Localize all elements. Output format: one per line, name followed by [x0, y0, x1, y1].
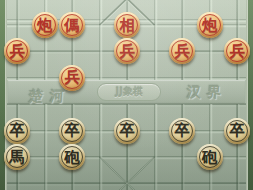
piece-black-soldier[interactable]: 卒: [169, 118, 195, 144]
xiangqi-game-screen: 楚河 汉界 JJ象棋 炮傌相炮兵兵兵兵兵卒卒卒卒卒馬砲砲: [0, 0, 253, 190]
table-surface-right: [248, 0, 253, 190]
piece-black-horse[interactable]: 馬: [4, 144, 30, 170]
piece-red-soldier[interactable]: 兵: [4, 38, 30, 64]
piece-red-soldier[interactable]: 兵: [114, 38, 140, 64]
piece-red-soldier[interactable]: 兵: [59, 65, 85, 91]
piece-red-cannon[interactable]: 炮: [32, 12, 58, 38]
piece-black-soldier[interactable]: 卒: [4, 118, 30, 144]
piece-black-soldier[interactable]: 卒: [59, 118, 85, 144]
piece-red-soldier[interactable]: 兵: [169, 38, 195, 64]
piece-black-cannon[interactable]: 砲: [59, 144, 85, 170]
piece-black-soldier[interactable]: 卒: [224, 118, 250, 144]
piece-red-horse[interactable]: 傌: [59, 12, 85, 38]
river-label-chu: 楚河: [28, 88, 71, 106]
app-watermark-pill: JJ象棋: [97, 83, 161, 101]
river-label-han: 汉界: [186, 84, 227, 102]
xiangqi-board[interactable]: 楚河 汉界 JJ象棋 炮傌相炮兵兵兵兵兵卒卒卒卒卒馬砲砲: [7, 0, 246, 190]
app-watermark-text: JJ象棋: [115, 87, 142, 97]
piece-black-soldier[interactable]: 卒: [114, 118, 140, 144]
piece-red-cannon[interactable]: 炮: [197, 12, 223, 38]
piece-red-elephant[interactable]: 相: [114, 12, 140, 38]
piece-black-cannon[interactable]: 砲: [197, 144, 223, 170]
